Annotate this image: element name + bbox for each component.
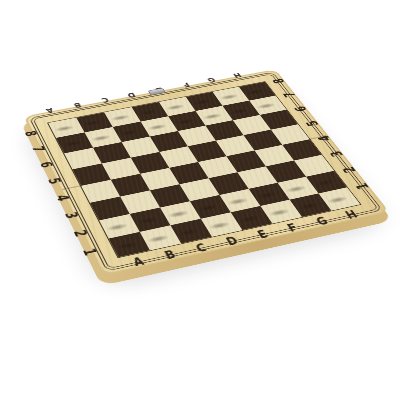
chess-board: AABBCCDDEEFFGGHH1122334455667788 ♜♞♝♛♚♝♞… [24, 69, 390, 275]
white-rook[interactable]: ♜ [109, 203, 150, 246]
photo-canvas: AABBCCDDEEFFGGHH1122334455667788 ♜♞♝♛♚♝♞… [0, 0, 400, 400]
